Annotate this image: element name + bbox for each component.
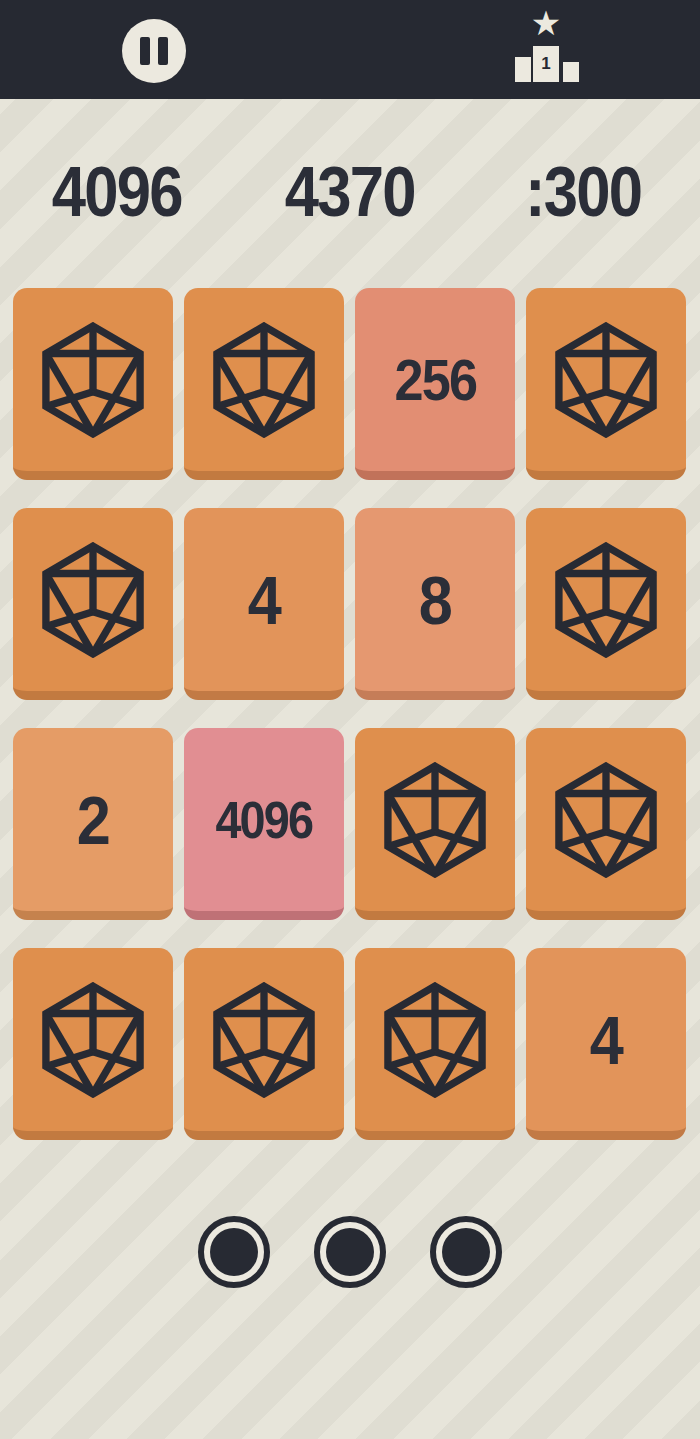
tile-r1c1-icon[interactable] <box>13 288 173 480</box>
stat-middle: 4370 <box>233 132 466 252</box>
pause-icon <box>140 37 150 65</box>
icosahedron-icon <box>213 982 315 1098</box>
stat-left: 4096 <box>0 132 233 252</box>
star-icon: ★ <box>506 6 586 40</box>
icosahedron-icon <box>42 322 144 438</box>
tile-r4c3-icon[interactable] <box>355 948 515 1140</box>
tile-r3c3-icon[interactable] <box>355 728 515 920</box>
slot-dot-2[interactable] <box>314 1216 386 1288</box>
podium-second-place <box>515 57 531 82</box>
tile-r3c1-2[interactable]: 2 <box>13 728 173 920</box>
slot-dot-3[interactable] <box>430 1216 502 1288</box>
game-board: 25648240964 <box>13 288 686 1140</box>
tile-r1c3-256[interactable]: 256 <box>355 288 515 480</box>
tile-value: 4 <box>248 561 280 639</box>
tile-value: 256 <box>394 346 476 413</box>
tile-r2c3-8[interactable]: 8 <box>355 508 515 700</box>
tile-r4c4-4[interactable]: 4 <box>526 948 686 1140</box>
tile-r2c2-4[interactable]: 4 <box>184 508 344 700</box>
icosahedron-icon <box>555 542 657 658</box>
icosahedron-icon <box>555 322 657 438</box>
powerup-slots <box>0 1216 700 1288</box>
icosahedron-icon <box>42 542 144 658</box>
icosahedron-icon <box>384 982 486 1098</box>
pause-icon <box>158 37 168 65</box>
tile-value: 4096 <box>216 790 313 850</box>
tile-value: 8 <box>419 561 451 639</box>
tile-r3c4-icon[interactable] <box>526 728 686 920</box>
stat-right: :300 <box>467 132 700 252</box>
tile-r3c2-4096[interactable]: 4096 <box>184 728 344 920</box>
tile-value: 4 <box>590 1001 622 1079</box>
tile-r4c2-icon[interactable] <box>184 948 344 1140</box>
tile-r1c2-icon[interactable] <box>184 288 344 480</box>
leaderboard-button[interactable]: ★ 1 <box>506 12 586 86</box>
stats-row: 4096 4370 :300 <box>0 132 700 252</box>
tile-r4c1-icon[interactable] <box>13 948 173 1140</box>
podium-third-place <box>563 62 579 82</box>
tile-r2c1-icon[interactable] <box>13 508 173 700</box>
icosahedron-icon <box>213 322 315 438</box>
pause-button[interactable] <box>122 19 186 83</box>
top-bar: ★ 1 <box>0 0 700 99</box>
tile-r2c4-icon[interactable] <box>526 508 686 700</box>
rank-value: 1 <box>541 54 550 74</box>
podium-first-place: 1 <box>533 46 559 82</box>
slot-dot-fill <box>210 1228 258 1276</box>
slot-dot-fill <box>442 1228 490 1276</box>
tile-r1c4-icon[interactable] <box>526 288 686 480</box>
slot-dot-1[interactable] <box>198 1216 270 1288</box>
icosahedron-icon <box>384 762 486 878</box>
tile-value: 2 <box>77 781 109 859</box>
icosahedron-icon <box>42 982 144 1098</box>
icosahedron-icon <box>555 762 657 878</box>
slot-dot-fill <box>326 1228 374 1276</box>
